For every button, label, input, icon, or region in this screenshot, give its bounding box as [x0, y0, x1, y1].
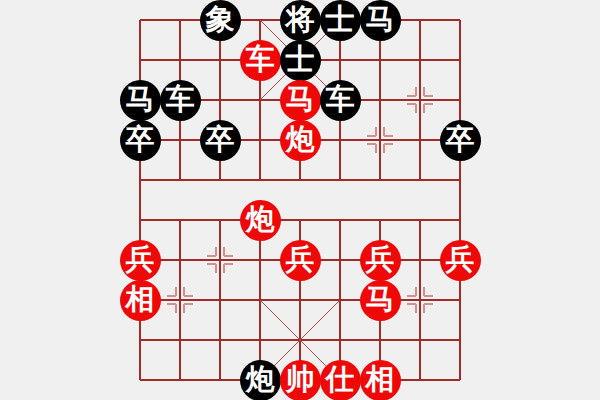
piece-black-chariot[interactable]: 车: [320, 80, 361, 121]
piece-black-soldier[interactable]: 卒: [200, 120, 241, 161]
piece-red-general[interactable]: 帅: [280, 360, 321, 400]
piece-black-cannon[interactable]: 炮: [240, 360, 281, 400]
piece-label: 炮: [286, 125, 315, 154]
xiangqi-board[interactable]: 象将士马车士马车马车卒卒炮卒炮兵兵兵兵相马炮帅仕相: [120, 0, 480, 400]
piece-label: 卒: [206, 125, 235, 154]
piece-label: 相: [126, 285, 155, 314]
piece-red-soldier[interactable]: 兵: [360, 240, 401, 281]
piece-red-advisor[interactable]: 仕: [320, 360, 361, 400]
piece-label: 相: [366, 365, 395, 394]
piece-label: 马: [366, 5, 395, 34]
piece-red-elephant[interactable]: 相: [120, 280, 161, 321]
piece-black-advisor[interactable]: 士: [280, 40, 321, 81]
piece-black-horse[interactable]: 马: [120, 80, 161, 121]
piece-label: 兵: [126, 245, 155, 274]
piece-red-cannon[interactable]: 炮: [240, 200, 281, 241]
piece-label: 士: [326, 5, 355, 34]
piece-label: 马: [126, 85, 155, 114]
piece-label: 仕: [326, 365, 355, 394]
piece-label: 车: [166, 85, 195, 114]
piece-label: 炮: [246, 205, 275, 234]
piece-label: 炮: [246, 365, 275, 394]
piece-label: 士: [286, 45, 315, 74]
piece-black-horse[interactable]: 马: [360, 0, 401, 41]
piece-label: 兵: [286, 245, 315, 274]
piece-label: 将: [286, 5, 315, 34]
piece-black-soldier[interactable]: 卒: [120, 120, 161, 161]
piece-red-horse[interactable]: 马: [360, 280, 401, 321]
piece-label: 车: [326, 85, 355, 114]
piece-red-soldier[interactable]: 兵: [120, 240, 161, 281]
xiangqi-board-screen: 象将士马车士马车马车卒卒炮卒炮兵兵兵兵相马炮帅仕相: [0, 0, 600, 400]
piece-red-chariot[interactable]: 车: [240, 40, 281, 81]
piece-label: 象: [206, 5, 235, 34]
piece-black-general[interactable]: 将: [280, 0, 321, 41]
piece-black-advisor[interactable]: 士: [320, 0, 361, 41]
piece-red-elephant[interactable]: 相: [360, 360, 401, 400]
piece-red-cannon[interactable]: 炮: [280, 120, 321, 161]
piece-red-soldier[interactable]: 兵: [440, 240, 481, 281]
piece-label: 卒: [126, 125, 155, 154]
piece-red-soldier[interactable]: 兵: [280, 240, 321, 281]
piece-black-elephant[interactable]: 象: [200, 0, 241, 41]
piece-black-soldier[interactable]: 卒: [440, 120, 481, 161]
piece-red-horse[interactable]: 马: [280, 80, 321, 121]
piece-label: 帅: [286, 365, 315, 394]
piece-label: 车: [246, 45, 275, 74]
piece-label: 卒: [446, 125, 475, 154]
piece-label: 马: [286, 85, 315, 114]
piece-black-chariot[interactable]: 车: [160, 80, 201, 121]
piece-label: 兵: [446, 245, 475, 274]
piece-label: 兵: [366, 245, 395, 274]
piece-label: 马: [366, 285, 395, 314]
